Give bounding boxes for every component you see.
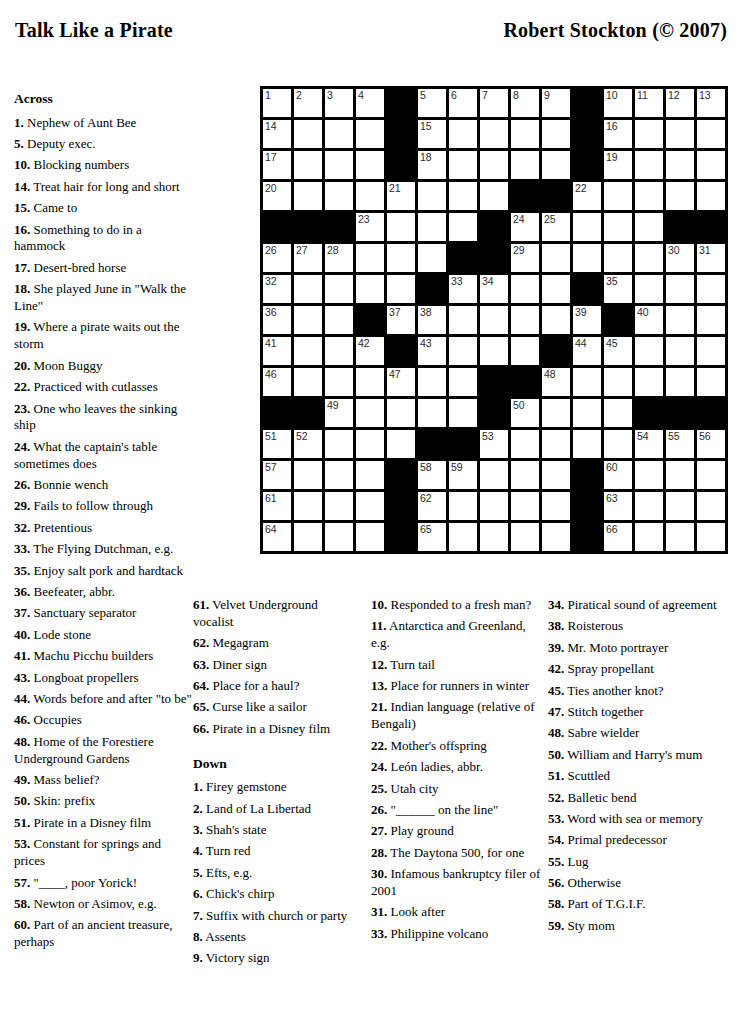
down-clues-1: 1. Firey gemstone2. Land of La Libertad3… <box>193 779 353 967</box>
white-cell[interactable] <box>542 306 570 334</box>
white-cell[interactable] <box>542 492 570 520</box>
clue-item: 59. Sty mom <box>548 918 723 935</box>
cell-number: 7 <box>482 90 488 101</box>
white-cell[interactable]: 56 <box>697 430 725 458</box>
white-cell[interactable] <box>387 399 415 427</box>
cell-number: 45 <box>606 338 618 349</box>
white-cell[interactable]: 44 <box>573 337 601 365</box>
white-cell[interactable] <box>387 213 415 241</box>
white-cell[interactable]: 15 <box>418 120 446 148</box>
white-cell[interactable]: 35 <box>604 275 632 303</box>
white-cell[interactable] <box>294 492 322 520</box>
black-cell <box>542 182 570 210</box>
clue-item: 1. Nephew of Aunt Bee <box>14 115 192 132</box>
cell-number: 10 <box>606 90 618 101</box>
clue-item: 30. Infamous bankruptcy filer of 2001 <box>371 866 541 900</box>
white-cell[interactable] <box>697 275 725 303</box>
white-cell[interactable] <box>356 430 384 458</box>
white-cell[interactable] <box>635 244 663 272</box>
white-cell[interactable] <box>480 337 508 365</box>
author-credit: Robert Stockton (© 2007) <box>503 19 727 42</box>
white-cell[interactable] <box>697 523 725 551</box>
white-cell[interactable] <box>697 461 725 489</box>
white-cell[interactable] <box>480 492 508 520</box>
white-cell[interactable] <box>604 399 632 427</box>
clue-item: 65. Curse like a sailor <box>193 699 353 716</box>
cell-number: 39 <box>575 307 587 318</box>
white-cell[interactable] <box>697 182 725 210</box>
white-cell[interactable] <box>418 213 446 241</box>
white-cell[interactable]: 1 <box>263 89 291 117</box>
white-cell[interactable]: 22 <box>573 182 601 210</box>
white-cell[interactable] <box>356 461 384 489</box>
white-cell[interactable]: 36 <box>263 306 291 334</box>
clue-item: 40. Lode stone <box>14 627 192 644</box>
clue-item: 2. Land of La Libertad <box>193 801 353 818</box>
white-cell[interactable] <box>542 461 570 489</box>
white-cell[interactable] <box>356 275 384 303</box>
clue-item: 14. Treat hair for long and short <box>14 179 192 196</box>
white-cell[interactable] <box>511 120 539 148</box>
white-cell[interactable] <box>449 306 477 334</box>
across-clues-column: Across 1. Nephew of Aunt Bee5. Deputy ex… <box>14 90 192 956</box>
black-cell <box>263 399 291 427</box>
clue-item: 28. The Daytona 500, for one <box>371 845 541 862</box>
white-cell[interactable]: 38 <box>418 306 446 334</box>
clue-item: 48. Sabre wielder <box>548 725 723 742</box>
black-cell <box>666 213 694 241</box>
white-cell[interactable] <box>449 151 477 179</box>
white-cell[interactable] <box>511 430 539 458</box>
white-cell[interactable] <box>325 275 353 303</box>
clue-item: 22. Mother's offspring <box>371 738 541 755</box>
clue-item: 22. Practiced with cutlasses <box>14 379 192 396</box>
black-cell <box>387 151 415 179</box>
cell-number: 23 <box>358 214 370 225</box>
white-cell[interactable] <box>635 492 663 520</box>
cell-number: 36 <box>265 307 277 318</box>
white-cell[interactable]: 59 <box>449 461 477 489</box>
clue-item: 1. Firey gemstone <box>193 779 353 796</box>
black-cell <box>573 120 601 148</box>
white-cell[interactable]: 10 <box>604 89 632 117</box>
white-cell[interactable]: 42 <box>356 337 384 365</box>
white-cell[interactable]: 28 <box>325 244 353 272</box>
white-cell[interactable] <box>666 120 694 148</box>
white-cell[interactable]: 39 <box>573 306 601 334</box>
across-clues-overflow: 61. Velvet Underground vocalist62. Megag… <box>193 597 353 738</box>
white-cell[interactable]: 17 <box>263 151 291 179</box>
cell-number: 16 <box>606 121 618 132</box>
white-cell[interactable] <box>480 151 508 179</box>
cell-number: 64 <box>265 524 277 535</box>
white-cell[interactable] <box>604 430 632 458</box>
white-cell[interactable] <box>697 120 725 148</box>
white-cell[interactable]: 55 <box>666 430 694 458</box>
cell-number: 34 <box>482 276 494 287</box>
white-cell[interactable]: 26 <box>263 244 291 272</box>
cell-number: 52 <box>296 431 308 442</box>
white-cell[interactable]: 48 <box>542 368 570 396</box>
white-cell[interactable]: 8 <box>511 89 539 117</box>
white-cell[interactable] <box>573 430 601 458</box>
white-cell[interactable] <box>635 523 663 551</box>
white-cell[interactable] <box>356 492 384 520</box>
white-cell[interactable] <box>542 399 570 427</box>
white-cell[interactable] <box>356 399 384 427</box>
white-cell[interactable] <box>573 244 601 272</box>
black-cell <box>573 275 601 303</box>
cell-number: 12 <box>668 90 680 101</box>
down-clues-2: 10. Responded to a fresh man?11. Antarct… <box>371 597 541 943</box>
clue-item: 5. Deputy exec. <box>14 136 192 153</box>
black-cell <box>325 213 353 241</box>
white-cell[interactable] <box>697 492 725 520</box>
cell-number: 42 <box>358 338 370 349</box>
white-cell[interactable] <box>666 275 694 303</box>
white-cell[interactable] <box>418 244 446 272</box>
white-cell[interactable] <box>294 306 322 334</box>
cell-number: 38 <box>420 307 432 318</box>
white-cell[interactable]: 25 <box>542 213 570 241</box>
clue-item: 64. Place for a haul? <box>193 678 353 695</box>
clue-item: 54. Primal predecessor <box>548 832 723 849</box>
white-cell[interactable] <box>325 151 353 179</box>
white-cell[interactable] <box>294 368 322 396</box>
white-cell[interactable]: 66 <box>604 523 632 551</box>
clue-item: 10. Responded to a fresh man? <box>371 597 541 614</box>
white-cell[interactable] <box>325 461 353 489</box>
white-cell[interactable] <box>418 182 446 210</box>
white-cell[interactable]: 63 <box>604 492 632 520</box>
white-cell[interactable] <box>325 120 353 148</box>
clue-item: 29. Fails to follow through <box>14 498 192 515</box>
white-cell[interactable]: 13 <box>697 89 725 117</box>
clue-item: 44. Words before and after "to be" <box>14 691 192 708</box>
cell-number: 25 <box>544 214 556 225</box>
white-cell[interactable] <box>635 461 663 489</box>
white-cell[interactable] <box>449 399 477 427</box>
white-cell[interactable]: 34 <box>480 275 508 303</box>
clue-item: 15. Came to <box>14 200 192 217</box>
white-cell[interactable] <box>697 151 725 179</box>
black-cell <box>573 492 601 520</box>
white-cell[interactable]: 27 <box>294 244 322 272</box>
white-cell[interactable] <box>294 337 322 365</box>
white-cell[interactable] <box>542 120 570 148</box>
white-cell[interactable] <box>573 399 601 427</box>
black-cell <box>387 492 415 520</box>
clue-item: 31. Look after <box>371 904 541 921</box>
white-cell[interactable] <box>449 182 477 210</box>
white-cell[interactable] <box>635 213 663 241</box>
white-cell[interactable] <box>511 337 539 365</box>
white-cell[interactable] <box>542 244 570 272</box>
white-cell[interactable] <box>635 120 663 148</box>
white-cell[interactable]: 61 <box>263 492 291 520</box>
white-cell[interactable]: 21 <box>387 182 415 210</box>
white-cell[interactable]: 18 <box>418 151 446 179</box>
white-cell[interactable]: 29 <box>511 244 539 272</box>
white-cell[interactable] <box>573 368 601 396</box>
black-cell <box>480 213 508 241</box>
white-cell[interactable] <box>604 368 632 396</box>
white-cell[interactable]: 20 <box>263 182 291 210</box>
white-cell[interactable] <box>449 120 477 148</box>
white-cell[interactable] <box>666 368 694 396</box>
white-cell[interactable]: 9 <box>542 89 570 117</box>
white-cell[interactable] <box>573 213 601 241</box>
black-cell <box>387 337 415 365</box>
black-cell <box>480 399 508 427</box>
white-cell[interactable]: 2 <box>294 89 322 117</box>
white-cell[interactable] <box>356 120 384 148</box>
white-cell[interactable] <box>635 275 663 303</box>
cell-number: 9 <box>544 90 550 101</box>
white-cell[interactable] <box>666 306 694 334</box>
white-cell[interactable] <box>666 182 694 210</box>
white-cell[interactable] <box>294 151 322 179</box>
white-cell[interactable] <box>325 337 353 365</box>
white-cell[interactable]: 47 <box>387 368 415 396</box>
white-cell[interactable] <box>480 120 508 148</box>
white-cell[interactable] <box>325 523 353 551</box>
white-cell[interactable] <box>697 306 725 334</box>
clue-item: 43. Longboat propellers <box>14 670 192 687</box>
white-cell[interactable] <box>325 182 353 210</box>
cell-number: 14 <box>265 121 277 132</box>
black-cell <box>294 213 322 241</box>
white-cell[interactable] <box>511 461 539 489</box>
white-cell[interactable]: 57 <box>263 461 291 489</box>
white-cell[interactable]: 43 <box>418 337 446 365</box>
white-cell[interactable] <box>542 275 570 303</box>
clue-item: 13. Place for runners in winter <box>371 678 541 695</box>
clue-item: 37. Sanctuary separator <box>14 605 192 622</box>
white-cell[interactable] <box>666 151 694 179</box>
white-cell[interactable] <box>325 306 353 334</box>
white-cell[interactable] <box>511 306 539 334</box>
black-cell <box>449 430 477 458</box>
clue-item: 63. Diner sign <box>193 657 353 674</box>
clue-item: 9. Victory sign <box>193 950 353 967</box>
white-cell[interactable] <box>542 523 570 551</box>
clue-item: 66. Pirate in a Disney film <box>193 721 353 738</box>
white-cell[interactable] <box>449 523 477 551</box>
black-cell <box>449 244 477 272</box>
white-cell[interactable]: 24 <box>511 213 539 241</box>
black-cell <box>573 151 601 179</box>
white-cell[interactable] <box>387 244 415 272</box>
white-cell[interactable] <box>325 430 353 458</box>
clue-item: 55. Lug <box>548 854 723 871</box>
white-cell[interactable]: 6 <box>449 89 477 117</box>
clue-item: 17. Desert-bred horse <box>14 260 192 277</box>
white-cell[interactable]: 40 <box>635 306 663 334</box>
white-cell[interactable]: 58 <box>418 461 446 489</box>
white-cell[interactable] <box>511 275 539 303</box>
white-cell[interactable]: 23 <box>356 213 384 241</box>
white-cell[interactable]: 62 <box>418 492 446 520</box>
white-cell[interactable] <box>635 337 663 365</box>
white-cell[interactable] <box>294 182 322 210</box>
black-cell <box>573 461 601 489</box>
cell-number: 65 <box>420 524 432 535</box>
white-cell[interactable]: 49 <box>325 399 353 427</box>
white-cell[interactable] <box>697 337 725 365</box>
black-cell <box>635 399 663 427</box>
white-cell[interactable] <box>387 275 415 303</box>
white-cell[interactable] <box>480 306 508 334</box>
white-cell[interactable]: 7 <box>480 89 508 117</box>
white-cell[interactable] <box>294 523 322 551</box>
cell-number: 59 <box>451 462 463 473</box>
white-cell[interactable]: 37 <box>387 306 415 334</box>
cell-number: 22 <box>575 183 587 194</box>
white-cell[interactable] <box>635 151 663 179</box>
cell-number: 32 <box>265 276 277 287</box>
white-cell[interactable] <box>294 120 322 148</box>
white-cell[interactable] <box>449 492 477 520</box>
white-cell[interactable]: 4 <box>356 89 384 117</box>
page-title: Talk Like a Pirate <box>15 19 173 42</box>
cell-number: 46 <box>265 369 277 380</box>
white-cell[interactable] <box>356 368 384 396</box>
cell-number: 19 <box>606 152 618 163</box>
white-cell[interactable]: 52 <box>294 430 322 458</box>
clue-item: 58. Newton or Asimov, e.g. <box>14 896 192 913</box>
cell-number: 33 <box>451 276 463 287</box>
clue-item: 33. The Flying Dutchman, e.g. <box>14 541 192 558</box>
cell-number: 37 <box>389 307 401 318</box>
clue-item: 36. Beefeater, abbr. <box>14 584 192 601</box>
black-cell <box>480 244 508 272</box>
white-cell[interactable] <box>635 368 663 396</box>
white-cell[interactable] <box>604 244 632 272</box>
clue-item: 12. Turn tail <box>371 657 541 674</box>
white-cell[interactable] <box>325 368 353 396</box>
cell-number: 50 <box>513 400 525 411</box>
white-cell[interactable] <box>356 182 384 210</box>
black-cell <box>697 399 725 427</box>
white-cell[interactable]: 3 <box>325 89 353 117</box>
black-cell <box>418 275 446 303</box>
cell-number: 21 <box>389 183 401 194</box>
clue-item: 58. Part of T.G.I.F. <box>548 896 723 913</box>
white-cell[interactable] <box>294 461 322 489</box>
white-cell[interactable] <box>480 182 508 210</box>
white-cell[interactable]: 12 <box>666 89 694 117</box>
white-cell[interactable] <box>511 492 539 520</box>
white-cell[interactable]: 41 <box>263 337 291 365</box>
white-cell[interactable]: 64 <box>263 523 291 551</box>
white-cell[interactable]: 50 <box>511 399 539 427</box>
white-cell[interactable] <box>449 213 477 241</box>
white-cell[interactable] <box>356 151 384 179</box>
clue-item: 24. What the captain's table sometimes d… <box>14 439 192 473</box>
clue-item: 42. Spray propellant <box>548 661 723 678</box>
white-cell[interactable]: 54 <box>635 430 663 458</box>
white-cell[interactable]: 65 <box>418 523 446 551</box>
black-cell <box>511 182 539 210</box>
white-cell[interactable] <box>418 399 446 427</box>
white-cell[interactable]: 32 <box>263 275 291 303</box>
white-cell[interactable] <box>387 430 415 458</box>
white-cell[interactable]: 45 <box>604 337 632 365</box>
white-cell[interactable] <box>325 492 353 520</box>
clue-item: 53. Constant for springs and prices <box>14 836 192 870</box>
white-cell[interactable] <box>449 368 477 396</box>
black-cell <box>542 337 570 365</box>
white-cell[interactable] <box>666 337 694 365</box>
white-cell[interactable] <box>294 275 322 303</box>
white-cell[interactable]: 19 <box>604 151 632 179</box>
white-cell[interactable]: 31 <box>697 244 725 272</box>
white-cell[interactable]: 60 <box>604 461 632 489</box>
white-cell[interactable] <box>356 244 384 272</box>
white-cell[interactable] <box>511 151 539 179</box>
white-cell[interactable] <box>666 461 694 489</box>
white-cell[interactable] <box>418 368 446 396</box>
white-cell[interactable] <box>449 337 477 365</box>
white-cell[interactable] <box>356 523 384 551</box>
white-cell[interactable]: 16 <box>604 120 632 148</box>
white-cell[interactable]: 51 <box>263 430 291 458</box>
clue-item: 60. Part of an ancient treasure, perhaps <box>14 917 192 951</box>
black-cell <box>356 306 384 334</box>
white-cell[interactable]: 33 <box>449 275 477 303</box>
cell-number: 57 <box>265 462 277 473</box>
white-cell[interactable]: 46 <box>263 368 291 396</box>
cell-number: 55 <box>668 431 680 442</box>
black-cell <box>573 89 601 117</box>
white-cell[interactable] <box>635 182 663 210</box>
white-cell[interactable] <box>666 523 694 551</box>
white-cell[interactable] <box>511 523 539 551</box>
clue-item: 62. Megagram <box>193 635 353 652</box>
white-cell[interactable] <box>480 523 508 551</box>
black-cell <box>480 368 508 396</box>
clue-item: 49. Mass belief? <box>14 772 192 789</box>
clue-item: 46. Occupies <box>14 712 192 729</box>
white-cell[interactable] <box>697 368 725 396</box>
clue-item: 10. Blocking numbers <box>14 157 192 174</box>
white-cell[interactable]: 11 <box>635 89 663 117</box>
cell-number: 31 <box>699 245 711 256</box>
white-cell[interactable]: 53 <box>480 430 508 458</box>
black-cell <box>511 368 539 396</box>
white-cell[interactable] <box>604 182 632 210</box>
white-cell[interactable]: 14 <box>263 120 291 148</box>
white-cell[interactable] <box>666 492 694 520</box>
cell-number: 43 <box>420 338 432 349</box>
cell-number: 41 <box>265 338 277 349</box>
white-cell[interactable]: 30 <box>666 244 694 272</box>
crossword-grid: 1234567891011121314151617181920212223242… <box>260 86 728 554</box>
clue-item: 24. León ladies, abbr. <box>371 759 541 776</box>
across-clues-main: 1. Nephew of Aunt Bee5. Deputy exec.10. … <box>14 115 192 952</box>
white-cell[interactable] <box>480 461 508 489</box>
clue-item: 4. Turn red <box>193 843 353 860</box>
white-cell[interactable] <box>542 430 570 458</box>
white-cell[interactable] <box>604 213 632 241</box>
clue-item: 3. Shah's state <box>193 822 353 839</box>
cell-number: 26 <box>265 245 277 256</box>
clue-item: 50. Skin: prefix <box>14 793 192 810</box>
cell-number: 2 <box>296 90 302 101</box>
white-cell[interactable]: 5 <box>418 89 446 117</box>
white-cell[interactable] <box>542 151 570 179</box>
